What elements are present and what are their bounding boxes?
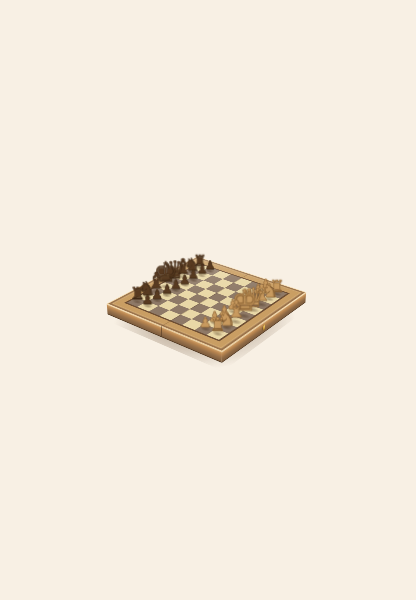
piece-shadow (245, 306, 261, 314)
piece-shadow (227, 318, 244, 326)
piece-shadow (243, 298, 255, 304)
piece-shadow (142, 303, 154, 309)
piece-shadow (220, 325, 233, 331)
piece-shadow (151, 298, 163, 304)
piece-shadow (211, 331, 224, 338)
piece-shadow (226, 308, 239, 314)
piece-shadow (253, 301, 269, 308)
piece-shadow (235, 303, 247, 309)
fold-seam (161, 326, 162, 337)
piece-shadow (236, 312, 253, 320)
piece-shadow (217, 314, 230, 320)
product-photo: ♜♞♝♛♚♝♞♜♟♟♟♟♟♟♟♟♟♟♟♟♟♟♟♟♜♞♝♛♚♝♞♜ (0, 0, 416, 600)
piece-shadow (208, 320, 221, 326)
piece-shadow (199, 326, 212, 332)
chess-board-box: ♜♞♝♛♚♝♞♜♟♟♟♟♟♟♟♟♟♟♟♟♟♟♟♟♜♞♝♛♚♝♞♜ (107, 256, 306, 351)
white-pawn: ♟ (222, 298, 243, 311)
piece-shadow (131, 299, 143, 305)
brass-clasp (263, 324, 266, 331)
